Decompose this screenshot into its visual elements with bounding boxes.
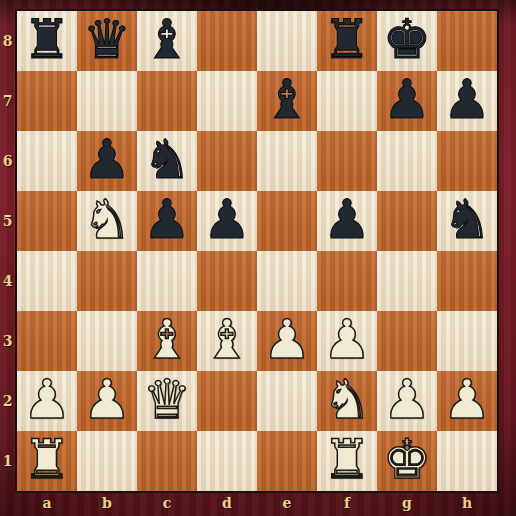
rank-label-1: 1: [0, 431, 15, 491]
black-rook-f8[interactable]: ♜: [317, 11, 377, 71]
black-bishop-e7[interactable]: ♝: [257, 71, 317, 131]
square-b7[interactable]: [77, 71, 137, 131]
file-label-e: e: [257, 492, 317, 514]
file-label-h: h: [437, 492, 497, 514]
rank-label-2: 2: [0, 371, 15, 431]
square-e1[interactable]: [257, 431, 317, 491]
black-knight-c6[interactable]: ♞: [137, 131, 197, 191]
square-c1[interactable]: [137, 431, 197, 491]
white-knight-f2[interactable]: ♞: [317, 371, 377, 431]
square-b1[interactable]: [77, 431, 137, 491]
black-pawn-g7[interactable]: ♟: [377, 71, 437, 131]
black-king-g8[interactable]: ♚: [377, 11, 437, 71]
square-b8[interactable]: ♛: [77, 11, 137, 71]
white-knight-b5[interactable]: ♞: [77, 191, 137, 251]
square-h2[interactable]: ♟: [437, 371, 497, 431]
square-b3[interactable]: [77, 311, 137, 371]
black-pawn-d5[interactable]: ♟: [197, 191, 257, 251]
square-f6[interactable]: [317, 131, 377, 191]
white-pawn-g2[interactable]: ♟: [377, 371, 437, 431]
square-h6[interactable]: [437, 131, 497, 191]
square-e8[interactable]: [257, 11, 317, 71]
file-label-b: b: [77, 492, 137, 514]
white-bishop-c3[interactable]: ♝: [137, 311, 197, 371]
square-a3[interactable]: [17, 311, 77, 371]
rank-label-3: 3: [0, 311, 15, 371]
square-b4[interactable]: [77, 251, 137, 311]
black-pawn-b6[interactable]: ♟: [77, 131, 137, 191]
white-pawn-e3[interactable]: ♟: [257, 311, 317, 371]
square-g6[interactable]: [377, 131, 437, 191]
rank-label-6: 6: [0, 131, 15, 191]
black-bishop-c8[interactable]: ♝: [137, 11, 197, 71]
square-b6[interactable]: ♟: [77, 131, 137, 191]
square-a6[interactable]: [17, 131, 77, 191]
white-bishop-d3[interactable]: ♝: [197, 311, 257, 371]
square-g3[interactable]: [377, 311, 437, 371]
rank-labels: 87654321: [0, 11, 15, 491]
square-f2[interactable]: ♞: [317, 371, 377, 431]
square-c8[interactable]: ♝: [137, 11, 197, 71]
square-h4[interactable]: [437, 251, 497, 311]
square-a8[interactable]: ♜: [17, 11, 77, 71]
square-b2[interactable]: ♟: [77, 371, 137, 431]
square-e3[interactable]: ♟: [257, 311, 317, 371]
black-queen-b8[interactable]: ♛: [77, 11, 137, 71]
square-d7[interactable]: [197, 71, 257, 131]
square-f3[interactable]: ♟: [317, 311, 377, 371]
square-d6[interactable]: [197, 131, 257, 191]
square-e6[interactable]: [257, 131, 317, 191]
square-c4[interactable]: [137, 251, 197, 311]
white-pawn-b2[interactable]: ♟: [77, 371, 137, 431]
square-b5[interactable]: ♞: [77, 191, 137, 251]
square-g5[interactable]: [377, 191, 437, 251]
square-f8[interactable]: ♜: [317, 11, 377, 71]
square-c2[interactable]: ♛: [137, 371, 197, 431]
square-f1[interactable]: ♜: [317, 431, 377, 491]
file-label-d: d: [197, 492, 257, 514]
rank-label-8: 8: [0, 11, 15, 71]
black-rook-a8[interactable]: ♜: [17, 11, 77, 71]
square-a5[interactable]: [17, 191, 77, 251]
rank-label-4: 4: [0, 251, 15, 311]
square-a2[interactable]: ♟: [17, 371, 77, 431]
white-queen-c2[interactable]: ♛: [137, 371, 197, 431]
file-label-g: g: [377, 492, 437, 514]
white-pawn-f3[interactable]: ♟: [317, 311, 377, 371]
square-a4[interactable]: [17, 251, 77, 311]
file-label-c: c: [137, 492, 197, 514]
rank-label-7: 7: [0, 71, 15, 131]
square-g8[interactable]: ♚: [377, 11, 437, 71]
square-h7[interactable]: ♟: [437, 71, 497, 131]
square-h1[interactable]: [437, 431, 497, 491]
square-f7[interactable]: [317, 71, 377, 131]
square-a1[interactable]: ♜: [17, 431, 77, 491]
file-label-f: f: [317, 492, 377, 514]
white-pawn-h2[interactable]: ♟: [437, 371, 497, 431]
square-f5[interactable]: ♟: [317, 191, 377, 251]
black-pawn-c5[interactable]: ♟: [137, 191, 197, 251]
square-c6[interactable]: ♞: [137, 131, 197, 191]
square-h8[interactable]: [437, 11, 497, 71]
square-e7[interactable]: ♝: [257, 71, 317, 131]
square-c5[interactable]: ♟: [137, 191, 197, 251]
square-e5[interactable]: [257, 191, 317, 251]
square-d5[interactable]: ♟: [197, 191, 257, 251]
square-d4[interactable]: [197, 251, 257, 311]
square-e4[interactable]: [257, 251, 317, 311]
white-king-g1[interactable]: ♚: [377, 431, 437, 491]
square-d1[interactable]: [197, 431, 257, 491]
square-g7[interactable]: ♟: [377, 71, 437, 131]
square-c3[interactable]: ♝: [137, 311, 197, 371]
square-d8[interactable]: [197, 11, 257, 71]
square-d2[interactable]: [197, 371, 257, 431]
black-pawn-f5[interactable]: ♟: [317, 191, 377, 251]
square-g1[interactable]: ♚: [377, 431, 437, 491]
square-c7[interactable]: [137, 71, 197, 131]
white-pawn-a2[interactable]: ♟: [17, 371, 77, 431]
black-pawn-h7[interactable]: ♟: [437, 71, 497, 131]
square-a7[interactable]: [17, 71, 77, 131]
square-f4[interactable]: [317, 251, 377, 311]
square-h5[interactable]: ♞: [437, 191, 497, 251]
rank-label-5: 5: [0, 191, 15, 251]
chess-board: ♜♛♝♜♚♝♟♟♟♞♞♟♟♟♞♝♝♟♟♟♟♛♞♟♟♜♜♚: [15, 9, 499, 493]
file-label-a: a: [17, 492, 77, 514]
square-g2[interactable]: ♟: [377, 371, 437, 431]
square-e2[interactable]: [257, 371, 317, 431]
square-h3[interactable]: [437, 311, 497, 371]
file-labels: abcdefgh: [17, 492, 497, 514]
white-rook-f1[interactable]: ♜: [317, 431, 377, 491]
square-d3[interactable]: ♝: [197, 311, 257, 371]
white-rook-a1[interactable]: ♜: [17, 431, 77, 491]
square-g4[interactable]: [377, 251, 437, 311]
black-knight-h5[interactable]: ♞: [437, 191, 497, 251]
